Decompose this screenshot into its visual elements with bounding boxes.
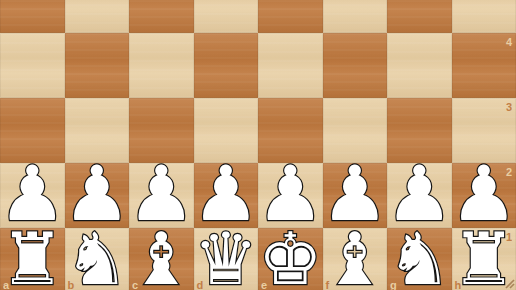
square-e4[interactable] <box>258 33 323 98</box>
square-c5[interactable] <box>129 0 194 33</box>
rank-label-1: 1 <box>506 232 512 243</box>
square-f5[interactable] <box>323 0 388 33</box>
square-d5[interactable] <box>194 0 259 33</box>
square-a4[interactable] <box>0 33 65 98</box>
chessboard: 43♟♟♟♟♟♟♟♟2♜a♞b♝c♛d♚e♝f♞g♜h1 <box>0 0 516 290</box>
square-g4[interactable] <box>387 33 452 98</box>
square-h5[interactable] <box>452 0 516 33</box>
file-label-b: b <box>68 280 75 290</box>
square-h4[interactable]: 4 <box>452 33 516 98</box>
square-e5[interactable] <box>258 0 323 33</box>
rank-label-2: 2 <box>506 167 512 178</box>
square-d4[interactable] <box>194 33 259 98</box>
white-king[interactable]: ♚ <box>258 223 323 290</box>
file-label-f: f <box>326 280 330 290</box>
square-g5[interactable] <box>387 0 452 33</box>
square-a1[interactable]: ♜a <box>0 228 65 290</box>
white-bishop[interactable]: ♝ <box>322 223 387 290</box>
square-b1[interactable]: ♞b <box>65 228 130 290</box>
square-f1[interactable]: ♝f <box>323 228 388 290</box>
square-f4[interactable] <box>323 33 388 98</box>
file-label-e: e <box>261 280 267 290</box>
square-g1[interactable]: ♞g <box>387 228 452 290</box>
board-grid: 43♟♟♟♟♟♟♟♟2♜a♞b♝c♛d♚e♝f♞g♜h1 <box>0 0 516 290</box>
white-bishop[interactable]: ♝ <box>129 223 194 290</box>
square-c1[interactable]: ♝c <box>129 228 194 290</box>
square-b4[interactable] <box>65 33 130 98</box>
square-e1[interactable]: ♚e <box>258 228 323 290</box>
file-label-h: h <box>455 280 462 290</box>
file-label-c: c <box>132 280 138 290</box>
square-d1[interactable]: ♛d <box>194 228 259 290</box>
square-a5[interactable] <box>0 0 65 33</box>
square-c4[interactable] <box>129 33 194 98</box>
rank-label-4: 4 <box>506 37 512 48</box>
file-label-a: a <box>3 280 9 290</box>
file-label-g: g <box>390 280 397 290</box>
white-rook[interactable]: ♜ <box>0 223 65 290</box>
square-b5[interactable] <box>65 0 130 33</box>
rank-label-3: 3 <box>506 102 512 113</box>
file-label-d: d <box>197 280 204 290</box>
board-resize-handle-icon[interactable] <box>501 275 515 289</box>
